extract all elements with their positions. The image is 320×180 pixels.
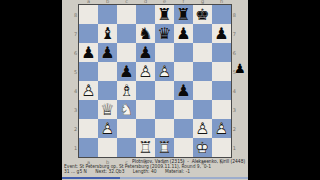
square-d7[interactable]: ♞ — [136, 24, 155, 43]
square-h7[interactable]: ♟ — [212, 24, 231, 43]
black-pawn-icon: ♟ — [98, 43, 117, 62]
stats-line: 31 ... g5 N Next: 32.Qb3 Length: 40 Mate… — [64, 170, 190, 174]
file-label-b: b — [98, 160, 117, 164]
white-pawn-icon: ♙ — [79, 81, 98, 100]
rank-labels-right: 87654321 — [233, 5, 236, 157]
square-d1[interactable]: ♜♖ — [136, 138, 155, 157]
rank-label-7: 7 — [74, 32, 77, 36]
letterbox-left — [0, 0, 62, 180]
material-indicator: ♟ — [234, 62, 246, 76]
white-pawn-icon-fill: ♟ — [79, 81, 98, 100]
white-queen-icon-fill: ♛ — [98, 100, 117, 119]
square-b5[interactable] — [98, 62, 117, 81]
square-b8[interactable] — [98, 5, 117, 24]
square-c6[interactable] — [117, 43, 136, 62]
chess-board: abcdefgh 87654321 ♜♜♚♝♞♛♟♟♟♟♟♟♟♙♟♙♟♙♝♗♟♛… — [78, 4, 232, 158]
white-knight-icon-fill: ♞ — [117, 100, 136, 119]
square-a4[interactable]: ♟♙ — [79, 81, 98, 100]
square-e6[interactable] — [155, 43, 174, 62]
square-f5[interactable] — [174, 62, 193, 81]
white-pawn-icon: ♙ — [98, 119, 117, 138]
rank-label-8: 8 — [233, 13, 236, 17]
white-pawn-icon-fill: ♟ — [212, 119, 231, 138]
black-pawn-icon: ♟ — [212, 24, 231, 43]
file-label-a: a — [79, 160, 98, 164]
white-king-icon: ♔ — [193, 138, 212, 157]
black-pawn-icon: ♟ — [117, 62, 136, 81]
black-rook-icon: ♜ — [174, 5, 193, 24]
square-a5[interactable] — [79, 62, 98, 81]
white-pawn-icon-fill: ♟ — [136, 62, 155, 81]
black-pawn-icon: ♟ — [174, 24, 193, 43]
file-label-c: c — [117, 0, 136, 3]
file-label-e: e — [155, 0, 174, 3]
file-label-b: b — [98, 0, 117, 3]
square-a2[interactable] — [79, 119, 98, 138]
square-b2[interactable]: ♟♙ — [98, 119, 117, 138]
rank-label-4: 4 — [233, 89, 236, 93]
white-rook-icon: ♖ — [136, 138, 155, 157]
square-f3[interactable] — [174, 100, 193, 119]
square-d8[interactable] — [136, 5, 155, 24]
square-e4[interactable] — [155, 81, 174, 100]
square-h8[interactable] — [212, 5, 231, 24]
progress-strip — [62, 177, 248, 179]
white-pawn-icon-fill: ♟ — [98, 119, 117, 138]
square-e8[interactable]: ♜ — [155, 5, 174, 24]
square-c1[interactable] — [117, 138, 136, 157]
square-h4[interactable] — [212, 81, 231, 100]
square-a1[interactable] — [79, 138, 98, 157]
square-f8[interactable]: ♜ — [174, 5, 193, 24]
rank-label-4: 4 — [74, 89, 77, 93]
square-a7[interactable] — [79, 24, 98, 43]
white-knight-icon: ♘ — [117, 100, 136, 119]
file-label-d: d — [136, 0, 155, 3]
white-pawn-icon: ♙ — [193, 119, 212, 138]
square-g4[interactable] — [193, 81, 212, 100]
file-labels-top: abcdefgh — [79, 0, 231, 3]
square-d2[interactable] — [136, 119, 155, 138]
square-e5[interactable]: ♟♙ — [155, 62, 174, 81]
black-pawn-icon: ♟ — [136, 43, 155, 62]
white-rook-icon-fill: ♜ — [136, 138, 155, 157]
white-pawn-icon: ♙ — [212, 119, 231, 138]
board-grid: ♜♜♚♝♞♛♟♟♟♟♟♟♟♙♟♙♟♙♝♗♟♛♕♞♘♟♙♟♙♟♙♜♖♜♖♚♔ — [78, 4, 232, 158]
square-c4[interactable]: ♝♗ — [117, 81, 136, 100]
square-d4[interactable] — [136, 81, 155, 100]
square-h5[interactable] — [212, 62, 231, 81]
square-c5[interactable]: ♟ — [117, 62, 136, 81]
square-e7[interactable]: ♛ — [155, 24, 174, 43]
square-c3[interactable]: ♞♘ — [117, 100, 136, 119]
square-g7[interactable] — [193, 24, 212, 43]
black-knight-icon: ♞ — [136, 24, 155, 43]
square-g5[interactable] — [193, 62, 212, 81]
white-rook-icon-fill: ♜ — [155, 138, 174, 157]
rank-label-2: 2 — [74, 127, 77, 131]
file-label-a: a — [79, 0, 98, 3]
black-rook-icon: ♜ — [155, 5, 174, 24]
square-f6[interactable] — [174, 43, 193, 62]
white-pawn-icon: ♙ — [136, 62, 155, 81]
black-king-icon: ♚ — [193, 5, 212, 24]
square-g1[interactable]: ♚♔ — [193, 138, 212, 157]
white-bishop-icon: ♗ — [117, 81, 136, 100]
rank-labels-left: 87654321 — [74, 5, 77, 157]
square-h3[interactable] — [212, 100, 231, 119]
square-d5[interactable]: ♟♙ — [136, 62, 155, 81]
square-g3[interactable] — [193, 100, 212, 119]
rank-label-6: 6 — [233, 51, 236, 55]
chess-app-panel: abcdefgh 87654321 ♜♜♚♝♞♛♟♟♟♟♟♟♟♙♟♙♟♙♝♗♟♛… — [62, 0, 248, 180]
rank-label-1: 1 — [74, 146, 77, 150]
black-pawn-icon: ♟ — [234, 61, 246, 76]
file-label-g: g — [193, 0, 212, 3]
square-g6[interactable] — [193, 43, 212, 62]
black-queen-icon: ♛ — [155, 24, 174, 43]
rank-label-6: 6 — [74, 51, 77, 55]
rank-label-5: 5 — [74, 70, 77, 74]
rank-label-2: 2 — [233, 127, 236, 131]
square-b4[interactable] — [98, 81, 117, 100]
square-e1[interactable]: ♜♖ — [155, 138, 174, 157]
rank-label-8: 8 — [74, 13, 77, 17]
square-a6[interactable]: ♟ — [79, 43, 98, 62]
square-g8[interactable]: ♚ — [193, 5, 212, 24]
white-pawn-icon: ♙ — [155, 62, 174, 81]
white-pawn-icon-fill: ♟ — [155, 62, 174, 81]
square-c7[interactable] — [117, 24, 136, 43]
square-f1[interactable] — [174, 138, 193, 157]
square-h1[interactable] — [212, 138, 231, 157]
square-e2[interactable] — [155, 119, 174, 138]
square-c8[interactable] — [117, 5, 136, 24]
rank-label-7: 7 — [233, 32, 236, 36]
file-label-h: h — [212, 0, 231, 3]
white-rook-icon: ♖ — [155, 138, 174, 157]
square-e3[interactable] — [155, 100, 174, 119]
square-h6[interactable] — [212, 43, 231, 62]
square-b6[interactable]: ♟ — [98, 43, 117, 62]
white-king-icon-fill: ♚ — [193, 138, 212, 157]
black-bishop-icon: ♝ — [98, 24, 117, 43]
square-d3[interactable] — [136, 100, 155, 119]
progress-strip-filled — [62, 177, 120, 179]
white-pawn-icon-fill: ♟ — [193, 119, 212, 138]
square-h2[interactable]: ♟♙ — [212, 119, 231, 138]
square-f4[interactable]: ♟ — [174, 81, 193, 100]
square-g2[interactable]: ♟♙ — [193, 119, 212, 138]
black-pawn-icon: ♟ — [79, 43, 98, 62]
video-frame: abcdefgh 87654321 ♜♜♚♝♞♛♟♟♟♟♟♟♟♙♟♙♟♙♝♗♟♛… — [0, 0, 320, 180]
square-a8[interactable] — [79, 5, 98, 24]
file-label-f: f — [174, 0, 193, 3]
square-c2[interactable] — [117, 119, 136, 138]
white-bishop-icon-fill: ♝ — [117, 81, 136, 100]
square-b3[interactable]: ♛♕ — [98, 100, 117, 119]
rank-label-1: 1 — [233, 146, 236, 150]
rank-label-3: 3 — [233, 108, 236, 112]
square-b7[interactable]: ♝ — [98, 24, 117, 43]
square-d6[interactable]: ♟ — [136, 43, 155, 62]
rank-label-3: 3 — [74, 108, 77, 112]
white-queen-icon: ♕ — [98, 100, 117, 119]
square-f7[interactable]: ♟ — [174, 24, 193, 43]
square-a3[interactable] — [79, 100, 98, 119]
square-f2[interactable] — [174, 119, 193, 138]
letterbox-right — [248, 0, 320, 180]
square-b1[interactable] — [98, 138, 117, 157]
black-pawn-icon: ♟ — [174, 81, 193, 100]
